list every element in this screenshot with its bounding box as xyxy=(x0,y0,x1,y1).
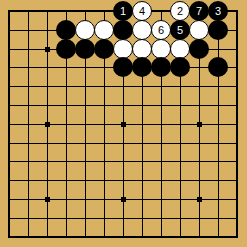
board-edge-line xyxy=(8,236,238,238)
black-stone xyxy=(208,57,228,77)
grid-line-horizontal xyxy=(8,143,238,144)
white-stone xyxy=(132,20,152,40)
star-point xyxy=(197,197,202,202)
black-stone xyxy=(113,57,133,77)
black-stone xyxy=(94,39,114,59)
grid-line-horizontal xyxy=(8,218,238,219)
white-stone xyxy=(189,20,209,40)
black-stone: 1 xyxy=(113,1,133,21)
grid-line-horizontal xyxy=(8,180,238,181)
move-number-label: 7 xyxy=(196,6,202,17)
grid-line-horizontal xyxy=(8,86,238,87)
move-number-label: 2 xyxy=(177,6,183,17)
star-point xyxy=(121,122,126,127)
white-stone xyxy=(132,39,152,59)
move-number-label: 5 xyxy=(177,25,183,36)
star-point xyxy=(121,197,126,202)
white-stone: 4 xyxy=(132,1,152,21)
go-board-diagram: 1427365 xyxy=(0,0,247,247)
star-point xyxy=(45,197,50,202)
white-stone xyxy=(113,39,133,59)
black-stone xyxy=(56,20,76,40)
white-stone xyxy=(75,20,95,40)
white-stone xyxy=(94,20,114,40)
black-stone xyxy=(170,57,190,77)
go-board[interactable]: 1427365 xyxy=(0,0,247,247)
star-point xyxy=(197,122,202,127)
black-stone: 5 xyxy=(170,20,190,40)
move-number-label: 6 xyxy=(158,25,164,36)
grid-line-horizontal xyxy=(8,105,238,106)
white-stone xyxy=(170,39,190,59)
grid-line-horizontal xyxy=(8,161,238,162)
black-stone xyxy=(132,57,152,77)
black-stone xyxy=(151,57,171,77)
star-point xyxy=(45,47,50,52)
white-stone xyxy=(151,39,171,59)
move-number-label: 1 xyxy=(120,6,126,17)
black-stone xyxy=(75,39,95,59)
black-stone xyxy=(208,20,228,40)
move-number-label: 3 xyxy=(215,6,221,17)
white-stone: 2 xyxy=(170,1,190,21)
black-stone: 3 xyxy=(208,1,228,21)
star-point xyxy=(45,122,50,127)
white-stone: 6 xyxy=(151,20,171,40)
black-stone xyxy=(56,39,76,59)
move-number-label: 4 xyxy=(139,6,145,17)
black-stone xyxy=(189,39,209,59)
black-stone: 7 xyxy=(189,1,209,21)
black-stone xyxy=(113,20,133,40)
